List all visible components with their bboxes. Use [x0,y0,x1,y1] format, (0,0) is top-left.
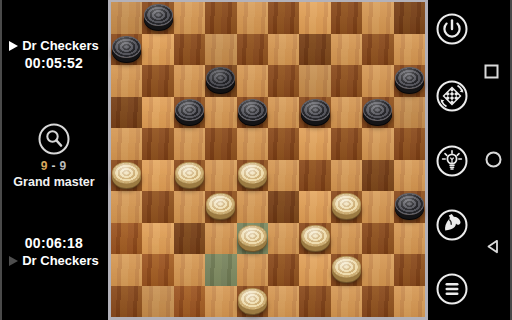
square-3[interactable] [268,2,299,34]
light-square-r2c2 [174,65,205,97]
square-31[interactable] [142,191,173,223]
light-square-r6c4 [237,191,268,223]
light-square-r3c1 [142,97,173,129]
light-square-r3c7 [331,97,362,129]
square-9[interactable] [299,34,330,66]
white-man[interactable] [206,193,235,215]
square-28[interactable] [237,160,268,192]
square-39[interactable] [299,223,330,255]
square-47[interactable] [174,286,205,318]
light-square-r8c6 [299,254,330,286]
square-19[interactable] [299,97,330,129]
square-16[interactable] [111,97,142,129]
white-man[interactable] [332,256,361,278]
light-square-r7c1 [142,223,173,255]
score-separator: - [49,159,60,173]
black-man[interactable] [395,67,424,89]
light-square-r0c2 [174,2,205,34]
light-square-r4c4 [237,128,268,160]
light-square-r5c5 [268,160,299,192]
light-square-r5c1 [142,160,173,192]
square-8[interactable] [237,34,268,66]
bottom-player-name: Dr Checkers [22,252,99,269]
black-man[interactable] [238,99,267,121]
top-player-name: Dr Checkers [22,37,99,54]
power-button[interactable] [435,12,469,46]
light-square-r9c9 [394,286,425,318]
square-17[interactable] [174,97,205,129]
square-23[interactable] [268,128,299,160]
square-49[interactable] [299,286,330,318]
square-46[interactable] [111,286,142,318]
square-48[interactable] [237,286,268,318]
light-square-r9c7 [331,286,362,318]
black-count: 9 [60,159,68,173]
light-square-r2c0 [111,65,142,97]
white-man[interactable] [175,162,204,184]
light-square-r8c4 [237,254,268,286]
square-26[interactable] [111,160,142,192]
turn-indicator-bottom [9,256,18,266]
light-square-r0c6 [299,2,330,34]
square-27[interactable] [174,160,205,192]
light-square-r8c2 [174,254,205,286]
left-info-panel: Dr Checkers 00:05:52 9-9 Grand master 00… [2,0,106,320]
recents-square-button[interactable] [484,64,499,82]
square-22[interactable] [205,128,236,160]
light-square-r6c2 [174,191,205,223]
square-20[interactable] [362,97,393,129]
square-12[interactable] [205,65,236,97]
light-square-r2c4 [237,65,268,97]
back-triangle-button[interactable] [486,239,499,257]
board [108,0,428,320]
piece-count-score: 9-9 [2,159,106,173]
light-square-r3c9 [394,97,425,129]
light-square-r7c3 [205,223,236,255]
black-man[interactable] [175,99,204,121]
top-player-block: Dr Checkers 00:05:52 [2,37,106,72]
light-square-r0c8 [362,2,393,34]
square-5[interactable] [394,2,425,34]
square-1[interactable] [142,2,173,34]
square-41[interactable] [142,254,173,286]
square-43[interactable] [268,254,299,286]
black-man[interactable] [363,99,392,121]
white-count: 9 [41,159,49,173]
home-circle-button[interactable] [485,151,502,171]
top-player-clock: 00:05:52 [2,54,106,72]
square-18[interactable] [237,97,268,129]
light-square-r7c5 [268,223,299,255]
light-square-r1c1 [142,34,173,66]
square-25[interactable] [394,128,425,160]
light-square-r7c9 [394,223,425,255]
square-50[interactable] [362,286,393,318]
white-man[interactable] [332,193,361,215]
light-square-r0c0 [111,2,142,34]
square-33[interactable] [268,191,299,223]
square-15[interactable] [394,65,425,97]
black-man[interactable] [395,193,424,215]
flip-board-button[interactable] [435,79,469,113]
bottom-player-clock: 00:06:18 [2,234,106,252]
light-square-r4c8 [362,128,393,160]
hint-bulb-button[interactable] [435,144,469,178]
black-man[interactable] [112,36,141,58]
light-square-r8c0 [111,254,142,286]
white-man[interactable] [238,288,267,310]
light-square-r7c7 [331,223,362,255]
light-square-r9c3 [205,286,236,318]
square-24[interactable] [331,128,362,160]
light-square-r3c3 [205,97,236,129]
white-man[interactable] [112,162,141,184]
square-40[interactable] [362,223,393,255]
black-man[interactable] [144,4,173,26]
square-11[interactable] [142,65,173,97]
game-status-block: 9-9 Grand master [2,122,106,189]
light-square-r1c3 [205,34,236,66]
square-10[interactable] [362,34,393,66]
light-square-r4c6 [299,128,330,160]
white-man[interactable] [238,162,267,184]
square-38[interactable] [237,223,268,255]
square-6[interactable] [111,34,142,66]
light-square-r6c0 [111,191,142,223]
light-square-r4c0 [111,128,142,160]
square-7[interactable] [174,34,205,66]
square-36[interactable] [111,223,142,255]
light-square-r6c6 [299,191,330,223]
square-30[interactable] [362,160,393,192]
checkers-app-screen: Dr Checkers 00:05:52 9-9 Grand master 00… [0,0,512,320]
light-square-r1c9 [394,34,425,66]
light-square-r5c7 [331,160,362,192]
square-13[interactable] [268,65,299,97]
light-square-r1c7 [331,34,362,66]
search-icon[interactable] [37,122,71,156]
light-square-r5c9 [394,160,425,192]
square-34[interactable] [331,191,362,223]
light-square-r0c4 [237,2,268,34]
square-21[interactable] [142,128,173,160]
light-square-r9c1 [142,286,173,318]
square-45[interactable] [394,254,425,286]
turn-indicator-top [9,41,18,51]
square-14[interactable] [331,65,362,97]
strength-level-button[interactable] [435,208,469,242]
light-square-r1c5 [268,34,299,66]
square-32[interactable] [205,191,236,223]
light-square-r3c5 [268,97,299,129]
bottom-player-block: 00:06:18 Dr Checkers [2,234,106,269]
light-square-r2c8 [362,65,393,97]
light-square-r6c8 [362,191,393,223]
white-man[interactable] [238,225,267,247]
light-square-r8c8 [362,254,393,286]
menu-button[interactable] [435,272,469,306]
black-man[interactable] [301,99,330,121]
square-37[interactable] [174,223,205,255]
light-square-r5c3 [205,160,236,192]
square-42[interactable] [205,254,236,286]
black-man[interactable] [206,67,235,89]
light-square-r2c6 [299,65,330,97]
square-2[interactable] [205,2,236,34]
difficulty-level: Grand master [2,175,106,189]
square-35[interactable] [394,191,425,223]
square-4[interactable] [331,2,362,34]
square-29[interactable] [299,160,330,192]
square-44[interactable] [331,254,362,286]
light-square-r4c2 [174,128,205,160]
light-square-r9c5 [268,286,299,318]
white-man[interactable] [301,225,330,247]
